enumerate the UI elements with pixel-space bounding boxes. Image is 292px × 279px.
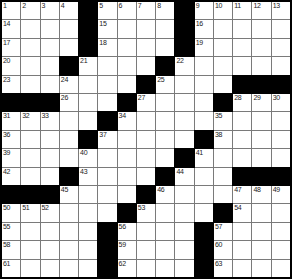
white-cell[interactable]: 63 bbox=[214, 260, 232, 277]
clue-number: 49 bbox=[273, 186, 280, 194]
black-square bbox=[2, 186, 20, 203]
white-cell[interactable] bbox=[79, 204, 97, 221]
clue-number: 28 bbox=[234, 94, 241, 102]
clue-number: 1 bbox=[3, 2, 7, 10]
white-cell[interactable] bbox=[214, 168, 232, 185]
white-cell[interactable]: 11 bbox=[233, 2, 251, 19]
black-square bbox=[175, 39, 193, 56]
white-cell[interactable] bbox=[214, 76, 232, 93]
white-cell[interactable] bbox=[41, 260, 59, 277]
white-cell[interactable]: 21 bbox=[79, 57, 97, 74]
white-cell[interactable] bbox=[21, 168, 39, 185]
clue-number: 24 bbox=[61, 76, 68, 84]
white-cell[interactable] bbox=[252, 223, 270, 240]
white-cell[interactable] bbox=[272, 149, 290, 166]
clue-number: 39 bbox=[3, 149, 10, 157]
clue-number: 29 bbox=[253, 94, 260, 102]
white-cell[interactable] bbox=[137, 20, 155, 37]
white-cell[interactable]: 61 bbox=[2, 260, 20, 277]
crossword-grid: 1234567891011121314151617181920212223242… bbox=[0, 0, 292, 279]
clue-number: 15 bbox=[99, 20, 106, 28]
white-cell[interactable] bbox=[252, 241, 270, 258]
white-cell[interactable] bbox=[195, 204, 213, 221]
white-cell[interactable] bbox=[137, 241, 155, 258]
white-cell[interactable]: 45 bbox=[60, 186, 78, 203]
black-square bbox=[79, 131, 97, 148]
white-cell[interactable] bbox=[137, 168, 155, 185]
white-cell[interactable] bbox=[233, 20, 251, 37]
clue-number: 58 bbox=[3, 241, 10, 249]
white-cell[interactable]: 6 bbox=[118, 2, 136, 19]
black-square bbox=[214, 94, 232, 111]
white-cell[interactable]: 32 bbox=[21, 112, 39, 129]
white-cell[interactable] bbox=[156, 20, 174, 37]
black-square bbox=[156, 168, 174, 185]
black-square bbox=[41, 186, 59, 203]
black-square bbox=[233, 168, 251, 185]
white-cell[interactable] bbox=[195, 168, 213, 185]
white-cell[interactable] bbox=[137, 39, 155, 56]
white-cell[interactable] bbox=[60, 260, 78, 277]
white-cell[interactable]: 16 bbox=[195, 20, 213, 37]
white-cell[interactable]: 44 bbox=[175, 168, 193, 185]
white-cell[interactable] bbox=[252, 39, 270, 56]
clue-number: 60 bbox=[215, 241, 222, 249]
white-cell[interactable]: 59 bbox=[118, 241, 136, 258]
white-cell[interactable] bbox=[156, 223, 174, 240]
white-cell[interactable] bbox=[118, 186, 136, 203]
clue-number: 22 bbox=[176, 57, 183, 65]
black-square bbox=[195, 260, 213, 277]
black-square bbox=[98, 112, 116, 129]
white-cell[interactable]: 47 bbox=[233, 186, 251, 203]
white-cell[interactable]: 10 bbox=[214, 2, 232, 19]
clue-number: 30 bbox=[273, 94, 280, 102]
clue-number: 57 bbox=[215, 223, 222, 231]
white-cell[interactable]: 56 bbox=[118, 223, 136, 240]
white-cell[interactable] bbox=[233, 223, 251, 240]
white-cell[interactable] bbox=[60, 204, 78, 221]
white-cell[interactable]: 58 bbox=[2, 241, 20, 258]
white-cell[interactable]: 36 bbox=[2, 131, 20, 148]
clue-number: 9 bbox=[196, 2, 200, 10]
white-cell[interactable]: 1 bbox=[2, 2, 20, 19]
white-cell[interactable]: 55 bbox=[2, 223, 20, 240]
black-square bbox=[98, 223, 116, 240]
white-cell[interactable] bbox=[79, 186, 97, 203]
white-cell[interactable]: 43 bbox=[79, 168, 97, 185]
clue-number: 59 bbox=[119, 241, 126, 249]
white-cell[interactable] bbox=[98, 186, 116, 203]
white-cell[interactable] bbox=[175, 76, 193, 93]
white-cell[interactable] bbox=[60, 20, 78, 37]
clue-number: 33 bbox=[42, 112, 49, 120]
clue-number: 34 bbox=[119, 112, 126, 120]
white-cell[interactable]: 29 bbox=[252, 94, 270, 111]
black-square bbox=[41, 94, 59, 111]
white-cell[interactable]: 17 bbox=[2, 39, 20, 56]
white-cell[interactable]: 51 bbox=[21, 204, 39, 221]
white-cell[interactable] bbox=[41, 241, 59, 258]
white-cell[interactable] bbox=[21, 57, 39, 74]
white-cell[interactable] bbox=[214, 20, 232, 37]
clue-number: 36 bbox=[3, 131, 10, 139]
white-cell[interactable] bbox=[252, 149, 270, 166]
white-cell[interactable] bbox=[175, 260, 193, 277]
white-cell[interactable]: 23 bbox=[2, 76, 20, 93]
white-cell[interactable] bbox=[60, 112, 78, 129]
white-cell[interactable] bbox=[195, 57, 213, 74]
white-cell[interactable] bbox=[41, 131, 59, 148]
white-cell[interactable]: 27 bbox=[137, 94, 155, 111]
black-square bbox=[233, 76, 251, 93]
clue-number: 19 bbox=[196, 39, 203, 47]
black-square bbox=[137, 76, 155, 93]
black-square bbox=[60, 168, 78, 185]
clue-number: 61 bbox=[3, 260, 10, 268]
white-cell[interactable] bbox=[214, 39, 232, 56]
clue-number: 43 bbox=[80, 168, 87, 176]
clue-number: 25 bbox=[157, 76, 164, 84]
white-cell[interactable]: 14 bbox=[2, 20, 20, 37]
white-cell[interactable] bbox=[98, 57, 116, 74]
white-cell[interactable] bbox=[272, 20, 290, 37]
white-cell[interactable] bbox=[156, 112, 174, 129]
white-cell[interactable] bbox=[41, 57, 59, 74]
white-cell[interactable] bbox=[41, 20, 59, 37]
white-cell[interactable] bbox=[195, 76, 213, 93]
white-cell[interactable] bbox=[272, 204, 290, 221]
black-square bbox=[272, 76, 290, 93]
clue-number: 7 bbox=[138, 2, 142, 10]
white-cell[interactable] bbox=[60, 39, 78, 56]
black-square bbox=[272, 168, 290, 185]
white-cell[interactable] bbox=[233, 149, 251, 166]
white-cell[interactable] bbox=[233, 39, 251, 56]
white-cell[interactable] bbox=[272, 241, 290, 258]
white-cell[interactable] bbox=[118, 168, 136, 185]
black-square bbox=[195, 241, 213, 258]
white-cell[interactable]: 3 bbox=[41, 2, 59, 19]
white-cell[interactable] bbox=[272, 112, 290, 129]
clue-number: 13 bbox=[273, 2, 280, 10]
clue-number: 8 bbox=[157, 2, 161, 10]
black-square bbox=[2, 94, 20, 111]
clue-number: 27 bbox=[138, 94, 145, 102]
white-cell[interactable]: 5 bbox=[98, 2, 116, 19]
white-cell[interactable] bbox=[252, 57, 270, 74]
black-square bbox=[21, 94, 39, 111]
white-cell[interactable] bbox=[272, 57, 290, 74]
white-cell[interactable] bbox=[175, 204, 193, 221]
black-square bbox=[79, 2, 97, 19]
white-cell[interactable] bbox=[98, 204, 116, 221]
white-cell[interactable] bbox=[252, 131, 270, 148]
clue-number: 32 bbox=[22, 112, 29, 120]
white-cell[interactable] bbox=[41, 76, 59, 93]
white-cell[interactable]: 57 bbox=[214, 223, 232, 240]
white-cell[interactable] bbox=[137, 131, 155, 148]
clue-number: 51 bbox=[22, 204, 29, 212]
white-cell[interactable] bbox=[272, 223, 290, 240]
white-cell[interactable] bbox=[272, 260, 290, 277]
white-cell[interactable]: 18 bbox=[98, 39, 116, 56]
white-cell[interactable] bbox=[21, 149, 39, 166]
clue-number: 45 bbox=[61, 186, 68, 194]
white-cell[interactable] bbox=[233, 241, 251, 258]
white-cell[interactable]: 53 bbox=[137, 204, 155, 221]
white-cell[interactable] bbox=[175, 131, 193, 148]
white-cell[interactable]: 37 bbox=[98, 131, 116, 148]
white-cell[interactable] bbox=[214, 186, 232, 203]
white-cell[interactable] bbox=[79, 241, 97, 258]
white-cell[interactable] bbox=[156, 204, 174, 221]
white-cell[interactable]: 22 bbox=[175, 57, 193, 74]
black-square bbox=[195, 223, 213, 240]
white-cell[interactable]: 33 bbox=[41, 112, 59, 129]
white-cell[interactable]: 35 bbox=[214, 112, 232, 129]
white-cell[interactable] bbox=[156, 241, 174, 258]
clue-number: 46 bbox=[157, 186, 164, 194]
clue-number: 4 bbox=[61, 2, 65, 10]
white-cell[interactable] bbox=[98, 149, 116, 166]
clue-number: 37 bbox=[99, 131, 106, 139]
black-square bbox=[252, 76, 270, 93]
white-cell[interactable]: 42 bbox=[2, 168, 20, 185]
white-cell[interactable] bbox=[21, 131, 39, 148]
white-cell[interactable] bbox=[21, 39, 39, 56]
black-square bbox=[79, 39, 97, 56]
white-cell[interactable]: 4 bbox=[60, 2, 78, 19]
white-cell[interactable] bbox=[118, 39, 136, 56]
white-cell[interactable]: 20 bbox=[2, 57, 20, 74]
white-cell[interactable]: 48 bbox=[252, 186, 270, 203]
white-cell[interactable] bbox=[175, 223, 193, 240]
white-cell[interactable] bbox=[272, 39, 290, 56]
white-cell[interactable] bbox=[175, 241, 193, 258]
white-cell[interactable] bbox=[233, 57, 251, 74]
clue-number: 44 bbox=[176, 168, 183, 176]
white-cell[interactable]: 8 bbox=[156, 2, 174, 19]
white-cell[interactable] bbox=[41, 149, 59, 166]
clue-number: 20 bbox=[3, 57, 10, 65]
clue-number: 53 bbox=[138, 204, 145, 212]
black-square bbox=[98, 260, 116, 277]
white-cell[interactable] bbox=[21, 260, 39, 277]
clue-number: 47 bbox=[234, 186, 241, 194]
white-cell[interactable] bbox=[137, 112, 155, 129]
white-cell[interactable]: 26 bbox=[60, 94, 78, 111]
clue-number: 16 bbox=[196, 20, 203, 28]
white-cell[interactable]: 54 bbox=[233, 204, 251, 221]
black-square bbox=[137, 186, 155, 203]
white-cell[interactable] bbox=[195, 112, 213, 129]
white-cell[interactable] bbox=[272, 131, 290, 148]
white-cell[interactable]: 34 bbox=[118, 112, 136, 129]
white-cell[interactable]: 12 bbox=[252, 2, 270, 19]
white-cell[interactable] bbox=[137, 149, 155, 166]
white-cell[interactable]: 15 bbox=[98, 20, 116, 37]
black-square bbox=[175, 20, 193, 37]
white-cell[interactable] bbox=[214, 57, 232, 74]
white-cell[interactable]: 60 bbox=[214, 241, 232, 258]
clue-number: 38 bbox=[215, 131, 222, 139]
black-square bbox=[175, 149, 193, 166]
white-cell[interactable] bbox=[41, 39, 59, 56]
white-cell[interactable] bbox=[118, 131, 136, 148]
white-cell[interactable] bbox=[79, 223, 97, 240]
white-cell[interactable] bbox=[118, 57, 136, 74]
white-cell[interactable] bbox=[137, 57, 155, 74]
white-cell[interactable] bbox=[79, 94, 97, 111]
white-cell[interactable] bbox=[60, 131, 78, 148]
black-square bbox=[195, 131, 213, 148]
white-cell[interactable] bbox=[252, 204, 270, 221]
white-cell[interactable]: 28 bbox=[233, 94, 251, 111]
white-cell[interactable] bbox=[156, 260, 174, 277]
black-square bbox=[156, 57, 174, 74]
white-cell[interactable]: 50 bbox=[2, 204, 20, 221]
white-cell[interactable] bbox=[60, 149, 78, 166]
white-cell[interactable] bbox=[156, 131, 174, 148]
white-cell[interactable] bbox=[118, 76, 136, 93]
clue-number: 52 bbox=[42, 204, 49, 212]
clue-number: 42 bbox=[3, 168, 10, 176]
white-cell[interactable]: 40 bbox=[79, 149, 97, 166]
black-square bbox=[60, 57, 78, 74]
white-cell[interactable] bbox=[41, 223, 59, 240]
black-square bbox=[252, 168, 270, 185]
clue-number: 35 bbox=[215, 112, 222, 120]
black-square bbox=[118, 204, 136, 221]
white-cell[interactable] bbox=[252, 20, 270, 37]
clue-number: 11 bbox=[234, 2, 241, 10]
clue-number: 18 bbox=[99, 39, 106, 47]
white-cell[interactable]: 46 bbox=[156, 186, 174, 203]
white-cell[interactable] bbox=[252, 112, 270, 129]
white-cell[interactable] bbox=[79, 112, 97, 129]
clue-number: 21 bbox=[80, 57, 87, 65]
clue-number: 5 bbox=[99, 2, 103, 10]
white-cell[interactable] bbox=[214, 149, 232, 166]
white-cell[interactable]: 30 bbox=[272, 94, 290, 111]
white-cell[interactable]: 52 bbox=[41, 204, 59, 221]
white-cell[interactable] bbox=[21, 241, 39, 258]
clue-number: 12 bbox=[253, 2, 260, 10]
clue-number: 2 bbox=[22, 2, 26, 10]
clue-number: 26 bbox=[61, 94, 68, 102]
black-square bbox=[118, 94, 136, 111]
clue-number: 6 bbox=[119, 2, 123, 10]
white-cell[interactable] bbox=[156, 94, 174, 111]
clue-number: 40 bbox=[80, 149, 87, 157]
white-cell[interactable] bbox=[252, 260, 270, 277]
black-square bbox=[214, 204, 232, 221]
white-cell[interactable] bbox=[137, 260, 155, 277]
white-cell[interactable]: 49 bbox=[272, 186, 290, 203]
clue-number: 62 bbox=[119, 260, 126, 268]
white-cell[interactable] bbox=[233, 260, 251, 277]
white-cell[interactable] bbox=[21, 76, 39, 93]
black-square bbox=[98, 241, 116, 258]
clue-number: 54 bbox=[234, 204, 241, 212]
white-cell[interactable] bbox=[60, 241, 78, 258]
clue-number: 10 bbox=[215, 2, 222, 10]
white-cell[interactable] bbox=[233, 131, 251, 148]
white-cell[interactable]: 2 bbox=[21, 2, 39, 19]
white-cell[interactable] bbox=[98, 76, 116, 93]
white-cell[interactable] bbox=[233, 112, 251, 129]
clue-number: 23 bbox=[3, 76, 10, 84]
white-cell[interactable] bbox=[175, 112, 193, 129]
white-cell[interactable] bbox=[98, 94, 116, 111]
white-cell[interactable]: 39 bbox=[2, 149, 20, 166]
white-cell[interactable]: 62 bbox=[118, 260, 136, 277]
white-cell[interactable]: 38 bbox=[214, 131, 232, 148]
white-cell[interactable] bbox=[175, 94, 193, 111]
white-cell[interactable] bbox=[79, 260, 97, 277]
white-cell[interactable]: 25 bbox=[156, 76, 174, 93]
white-cell[interactable] bbox=[118, 149, 136, 166]
white-cell[interactable] bbox=[41, 168, 59, 185]
white-cell[interactable]: 31 bbox=[2, 112, 20, 129]
clue-number: 48 bbox=[253, 186, 260, 194]
white-cell[interactable] bbox=[60, 223, 78, 240]
white-cell[interactable]: 9 bbox=[195, 2, 213, 19]
white-cell[interactable] bbox=[175, 186, 193, 203]
clue-number: 17 bbox=[3, 39, 10, 47]
white-cell[interactable] bbox=[195, 186, 213, 203]
clue-number: 41 bbox=[196, 149, 203, 157]
white-cell[interactable] bbox=[137, 223, 155, 240]
clue-number: 31 bbox=[3, 112, 10, 120]
white-cell[interactable] bbox=[195, 94, 213, 111]
clue-number: 3 bbox=[42, 2, 46, 10]
clue-number: 56 bbox=[119, 223, 126, 231]
clue-number: 50 bbox=[3, 204, 10, 212]
white-cell[interactable]: 19 bbox=[195, 39, 213, 56]
black-square bbox=[79, 20, 97, 37]
white-cell[interactable] bbox=[156, 149, 174, 166]
white-cell[interactable] bbox=[79, 76, 97, 93]
white-cell[interactable]: 13 bbox=[272, 2, 290, 19]
white-cell[interactable]: 7 bbox=[137, 2, 155, 19]
white-cell[interactable] bbox=[118, 20, 136, 37]
white-cell[interactable] bbox=[98, 168, 116, 185]
clue-number: 14 bbox=[3, 20, 10, 28]
black-square bbox=[175, 2, 193, 19]
clue-number: 55 bbox=[3, 223, 10, 231]
clue-number: 63 bbox=[215, 260, 222, 268]
white-cell[interactable] bbox=[21, 20, 39, 37]
black-square bbox=[21, 186, 39, 203]
white-cell[interactable] bbox=[156, 39, 174, 56]
white-cell[interactable] bbox=[21, 223, 39, 240]
white-cell[interactable]: 41 bbox=[195, 149, 213, 166]
white-cell[interactable]: 24 bbox=[60, 76, 78, 93]
